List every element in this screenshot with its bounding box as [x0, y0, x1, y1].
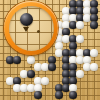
loupe-grid-line [9, 8, 54, 9]
white-stone [90, 49, 97, 56]
white-stone [41, 77, 48, 84]
black-stone [34, 91, 41, 98]
loupe-black-stone [20, 13, 33, 26]
grid-line [0, 95, 100, 96]
white-stone [76, 21, 83, 28]
white-stone [27, 56, 34, 63]
magnifier-loupe[interactable] [4, 1, 58, 55]
white-stone [90, 63, 97, 70]
loupe-grid-line [15, 6, 16, 51]
white-stone [76, 70, 83, 77]
loupe-grid-line [39, 6, 40, 51]
star-point [30, 66, 32, 68]
white-stone [76, 35, 83, 42]
grid-line [3, 0, 4, 100]
black-stone [27, 70, 34, 77]
black-stone [55, 91, 62, 98]
black-stone [13, 56, 20, 63]
black-stone [48, 63, 55, 70]
black-stone [90, 21, 97, 28]
grid-line [0, 74, 100, 75]
loupe-star-point [37, 30, 40, 33]
placement-triangle-icon [23, 27, 29, 32]
loupe-magnified-view [9, 6, 54, 51]
loupe-grid-line [51, 6, 52, 51]
go-board[interactable] [0, 0, 100, 100]
black-stone [69, 91, 76, 98]
